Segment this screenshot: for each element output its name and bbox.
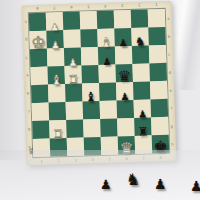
square-c5[interactable]: ♟ <box>98 46 116 65</box>
white-rook-g2[interactable]: ♜ <box>49 120 67 139</box>
captured-pieces-tray: ♟♞♟♟ <box>0 168 200 200</box>
square-h8[interactable]: ♚ <box>152 135 170 154</box>
square-b4[interactable] <box>80 29 98 48</box>
square-a4[interactable] <box>80 11 98 30</box>
square-e7[interactable] <box>133 81 151 100</box>
coord-label: 3 <box>75 157 77 162</box>
black-queen-d6[interactable]: ♛ <box>115 64 133 83</box>
square-e5[interactable] <box>99 82 117 101</box>
square-d5[interactable] <box>98 64 116 83</box>
square-f7[interactable]: ♟ <box>134 99 152 118</box>
coord-label: b <box>168 33 170 38</box>
square-g7[interactable]: ♜ <box>134 117 152 136</box>
square-a6[interactable] <box>114 10 132 29</box>
square-c6[interactable] <box>115 46 133 65</box>
black-king-h8[interactable]: ♚ <box>152 135 170 154</box>
white-bishop-d2[interactable]: ♝ <box>47 66 65 85</box>
chess-board[interactable]: 12345678 12345678 abcdefgh abcdefgh · · … <box>22 1 177 166</box>
coord-label: f <box>171 105 172 110</box>
square-f2[interactable] <box>49 102 67 121</box>
coord-label: h <box>171 141 173 146</box>
coord-label: g <box>171 123 173 128</box>
coord-label: 8 <box>36 7 38 12</box>
square-c2[interactable] <box>47 48 65 67</box>
square-g2[interactable]: ♜ <box>49 120 67 139</box>
coord-label: f <box>26 56 27 61</box>
square-a1[interactable] <box>29 13 47 32</box>
coord-label: c <box>169 51 171 56</box>
white-pawn-c3[interactable]: ♟ <box>64 48 82 67</box>
square-g3[interactable] <box>66 120 84 139</box>
coord-label: 4 <box>104 4 106 9</box>
square-d4[interactable] <box>81 65 99 84</box>
square-a3[interactable] <box>63 12 81 31</box>
square-d8[interactable] <box>149 63 167 82</box>
coord-label: 2 <box>138 3 140 8</box>
square-e6[interactable]: ♟ <box>116 82 134 101</box>
square-g6[interactable] <box>117 118 135 137</box>
square-b2[interactable]: ♟ <box>46 30 64 49</box>
square-b1[interactable]: ♚ <box>29 31 47 50</box>
square-a2[interactable]: ♟ <box>46 12 64 31</box>
square-b7[interactable]: ♞ <box>131 27 149 46</box>
black-rook-g7[interactable]: ♜ <box>134 117 152 136</box>
board-grid: ♟♚♟♝♟♞♟♟♝♜♛♝♟♟♜♜♛♚ <box>29 9 169 157</box>
square-h5[interactable] <box>101 136 119 155</box>
coord-label: 1 <box>41 159 43 164</box>
square-f5[interactable] <box>100 100 118 119</box>
square-f6[interactable] <box>117 100 135 119</box>
coord-label: 3 <box>121 4 123 9</box>
photo-tabletop-scene: { "game": "chess", "scene": { "descripti… <box>0 0 200 200</box>
captured-black-knight[interactable]: ♞ <box>126 172 140 188</box>
coord-label: g <box>25 38 27 43</box>
white-pawn-b2[interactable]: ♟ <box>46 30 64 49</box>
square-g1[interactable] <box>32 121 50 140</box>
white-rook-d3[interactable]: ♜ <box>64 66 82 85</box>
black-pawn-e6[interactable]: ♟ <box>116 82 134 101</box>
black-pawn-b6[interactable]: ♟ <box>114 28 132 47</box>
square-c3[interactable]: ♟ <box>64 48 82 67</box>
coord-label: 5 <box>109 156 111 161</box>
coord-label: a <box>167 16 169 21</box>
white-pawn-a2[interactable]: ♟ <box>46 12 64 31</box>
coord-label: 6 <box>70 6 72 11</box>
square-c4[interactable] <box>81 47 99 66</box>
black-bishop-e4[interactable]: ♝ <box>82 83 100 102</box>
square-d7[interactable] <box>132 63 150 82</box>
square-e1[interactable] <box>31 85 49 104</box>
coord-label: b <box>28 128 30 133</box>
square-g8[interactable] <box>151 117 169 136</box>
coord-label: e <box>170 87 172 92</box>
coord-label: h <box>24 20 26 25</box>
square-h4[interactable] <box>84 137 102 156</box>
square-a8[interactable] <box>148 9 166 28</box>
captured-black-pawn[interactable]: ♟ <box>190 179 200 193</box>
white-queen-h6[interactable]: ♛ <box>118 136 136 155</box>
coord-label: 7 <box>143 155 145 160</box>
square-c8[interactable] <box>149 45 167 64</box>
square-g4[interactable] <box>83 119 101 138</box>
square-f1[interactable] <box>32 103 50 122</box>
square-h1[interactable] <box>33 139 51 158</box>
square-g5[interactable] <box>100 118 118 137</box>
black-knight-b7[interactable]: ♞ <box>131 27 149 46</box>
square-d6[interactable]: ♛ <box>115 64 133 83</box>
square-d3[interactable]: ♜ <box>64 66 82 85</box>
coord-label: d <box>169 69 171 74</box>
captured-black-pawn[interactable]: ♟ <box>100 178 112 191</box>
square-b5[interactable]: ♝ <box>97 28 115 47</box>
coord-label: c <box>27 110 29 115</box>
coord-label: 1 <box>155 3 157 8</box>
square-e8[interactable] <box>150 81 168 100</box>
square-a7[interactable] <box>131 9 149 28</box>
white-king-b1[interactable]: ♚ <box>29 31 47 50</box>
coord-label: 7 <box>53 6 55 11</box>
square-e4[interactable]: ♝ <box>82 83 100 102</box>
coord-label: 2 <box>58 158 60 163</box>
captured-black-pawn[interactable]: ♟ <box>154 177 167 191</box>
square-h3[interactable] <box>67 138 85 157</box>
black-pawn-f7[interactable]: ♟ <box>134 99 152 118</box>
square-f8[interactable] <box>151 99 169 118</box>
square-b3[interactable] <box>63 30 81 49</box>
coord-label: 4 <box>92 157 94 162</box>
coord-label: 5 <box>87 5 89 10</box>
square-d2[interactable]: ♝ <box>47 66 65 85</box>
square-b8[interactable] <box>148 27 166 46</box>
square-a5[interactable] <box>97 11 115 30</box>
white-bishop-b5[interactable]: ♝ <box>97 28 115 47</box>
square-h6[interactable]: ♛ <box>118 136 136 155</box>
square-d1[interactable] <box>30 67 48 86</box>
square-b6[interactable]: ♟ <box>114 28 132 47</box>
square-f3[interactable] <box>66 102 84 121</box>
black-pawn-c5[interactable]: ♟ <box>98 46 116 65</box>
